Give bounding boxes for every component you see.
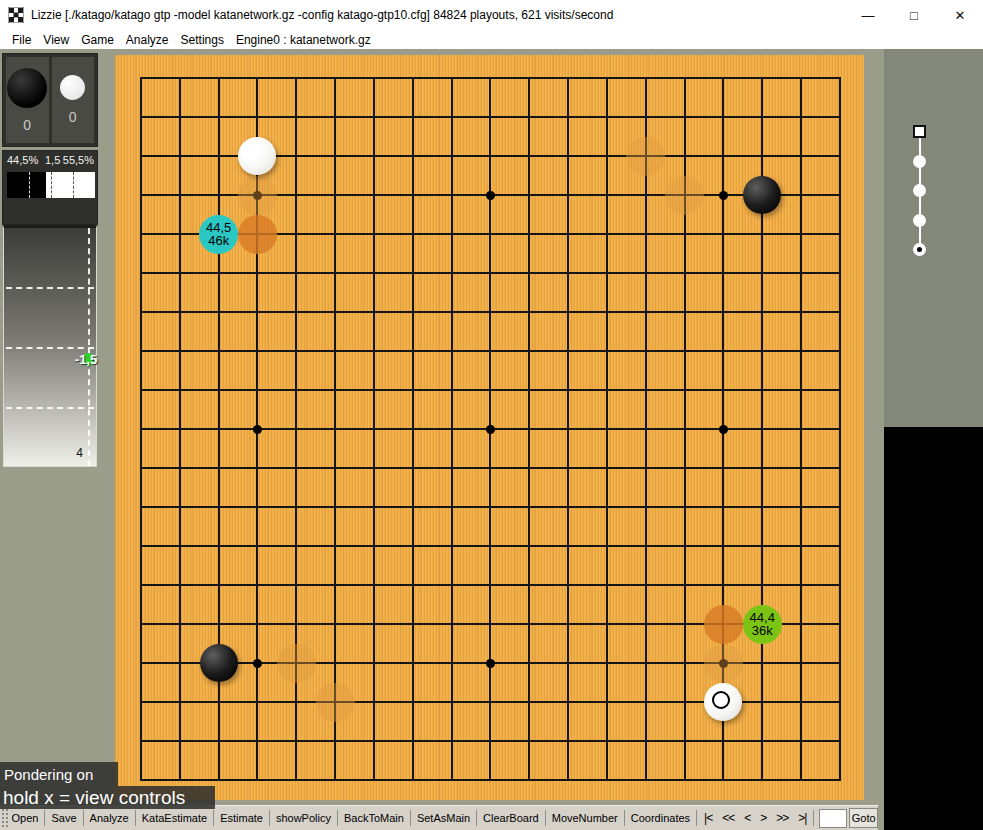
toolbar-separator (696, 810, 697, 826)
graph-current-move-line (88, 228, 90, 466)
app-icon (8, 7, 24, 23)
tree-node-move[interactable] (913, 184, 926, 197)
toolbar-setasmain-button[interactable]: SetAsMain (413, 812, 474, 824)
graph-score-value: -1,5 (60, 352, 112, 367)
black-capture-count: 0 (23, 117, 31, 133)
graph-gridline (6, 407, 94, 409)
last-move-marker (712, 691, 730, 709)
star-point (486, 191, 495, 200)
overlay-text: 46k (208, 234, 229, 247)
nav-back10-button[interactable]: << (717, 811, 739, 825)
toolbar-separator (410, 810, 411, 826)
star-point (253, 425, 262, 434)
toolbar-open-button[interactable]: Open (8, 812, 43, 824)
tree-node-root[interactable] (913, 125, 926, 138)
winrate-panel: 44,5% 1,5 55,5% (2, 150, 98, 225)
menu-file[interactable]: File (6, 33, 37, 47)
pondering-status: Pondering on (0, 762, 118, 786)
toolbar-separator (269, 810, 270, 826)
goto-move-input[interactable] (819, 809, 847, 828)
star-point (486, 659, 495, 668)
black-stone-icon (7, 68, 47, 108)
star-point (486, 425, 495, 434)
nav-forward10-button[interactable]: >> (771, 811, 793, 825)
comment-panel (884, 427, 983, 830)
close-icon[interactable]: ✕ (937, 0, 983, 30)
winrate-bar-tick (29, 172, 30, 198)
right-sidebar (884, 49, 983, 830)
star-point (719, 191, 728, 200)
analysis-overlay-D15[interactable] (238, 215, 277, 254)
toolbar-separator (337, 810, 338, 826)
score-lead-label: 1,5 (45, 154, 60, 166)
nav-forward-button[interactable]: > (755, 811, 771, 825)
toolbar-separator (44, 810, 45, 826)
tree-node-move[interactable] (913, 214, 926, 227)
star-point (253, 659, 262, 668)
toolbar-movenumber-button[interactable]: MoveNumber (548, 812, 622, 824)
black-winrate-label: 44,5% (7, 154, 38, 166)
graph-move-number: 4 (76, 446, 83, 460)
minimize-icon[interactable]: — (845, 0, 891, 30)
toolbar-coordinates-button[interactable]: Coordinates (627, 812, 694, 824)
winrate-bar (7, 172, 95, 198)
analysis-overlay-Q5[interactable] (704, 605, 743, 644)
tree-node-move[interactable] (913, 155, 926, 168)
graph-gridline (6, 287, 94, 289)
tree-node-current[interactable] (913, 243, 926, 256)
white-stone-icon (60, 75, 85, 100)
winrate-bar-tick (51, 172, 52, 198)
toolbar-save-button[interactable]: Save (47, 812, 80, 824)
graph-gridline (6, 347, 94, 349)
lizzie-window: Lizzie [./katago/katago gtp -model katan… (0, 0, 983, 830)
menu-bar: FileViewGameAnalyzeSettingsEngine0 : kat… (0, 30, 983, 49)
analysis-overlay-C15[interactable]: 44,546k (199, 215, 238, 254)
toolbar-separator (624, 810, 625, 826)
black-stone-R16 (743, 176, 781, 214)
toolbar-clearboard-button[interactable]: ClearBoard (479, 812, 543, 824)
maximize-icon[interactable]: □ (891, 0, 937, 30)
goto-button[interactable]: Goto (849, 808, 878, 828)
toolbar-estimate-button[interactable]: Estimate (216, 812, 267, 824)
title-bar: Lizzie [./katago/katago gtp -model katan… (0, 0, 983, 30)
nav-last-button[interactable]: >| (793, 811, 811, 825)
menu-engine0[interactable]: Engine0 : katanetwork.gz (230, 33, 377, 47)
black-stone-C4 (200, 644, 238, 682)
analysis-overlay-D16[interactable] (238, 176, 277, 215)
toolbar-showpolicy-button[interactable]: showPolicy (272, 812, 335, 824)
toolbar-separator (545, 810, 546, 826)
analysis-overlay-O16[interactable] (665, 176, 704, 215)
menu-settings[interactable]: Settings (175, 33, 230, 47)
toolbar-separator (476, 810, 477, 826)
toolbar-analyze-button[interactable]: Analyze (86, 812, 133, 824)
toolbar-backtomain-button[interactable]: BackToMain (340, 812, 408, 824)
star-point (719, 425, 728, 434)
capture-panel: 0 0 (2, 53, 98, 147)
window-title: Lizzie [./katago/katago gtp -model katan… (31, 8, 613, 22)
menu-view[interactable]: View (37, 33, 75, 47)
analysis-overlay-Q4[interactable] (704, 644, 743, 683)
menu-game[interactable]: Game (75, 33, 120, 47)
analysis-overlay-F3[interactable] (316, 683, 355, 722)
white-winrate-label: 55,5% (63, 154, 94, 166)
winrate-bar-tick (73, 172, 74, 198)
go-board[interactable]: 44,546k44,436k (115, 55, 864, 800)
nav-back-button[interactable]: < (739, 811, 755, 825)
winrate-graph[interactable]: -1,5 4 (3, 225, 97, 467)
black-captures-cell: 0 (6, 57, 49, 143)
main-area: 0 0 44,5% 1,5 55,5% -1,5 (0, 49, 983, 830)
toolbar-separator (135, 810, 136, 826)
analysis-overlay-R5[interactable]: 44,436k (743, 605, 782, 644)
toolbar-kataestimate-button[interactable]: KataEstimate (138, 812, 211, 824)
toolbar-separator (813, 810, 814, 826)
toolbar-separator (83, 810, 84, 826)
white-capture-count: 0 (69, 109, 77, 125)
menu-analyze[interactable]: Analyze (120, 33, 175, 47)
analysis-overlay-N17[interactable] (626, 137, 665, 176)
white-captures-cell: 0 (52, 57, 95, 143)
overlay-text: 36k (752, 624, 773, 637)
controls-hint: hold x = view controls (0, 786, 215, 809)
analysis-overlay-E4[interactable] (277, 644, 316, 683)
winrate-bar-black (7, 172, 46, 198)
toolbar-separator (213, 810, 214, 826)
nav-first-button[interactable]: |< (699, 811, 717, 825)
